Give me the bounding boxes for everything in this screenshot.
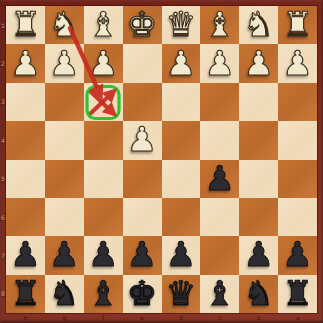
square-a5[interactable] bbox=[278, 160, 317, 198]
rank-label-6: 6 bbox=[0, 214, 6, 221]
square-h5[interactable] bbox=[6, 160, 45, 198]
square-d1[interactable]: ♛ bbox=[162, 6, 201, 44]
black-bishop-f8[interactable]: ♝ bbox=[88, 276, 118, 310]
square-g4[interactable] bbox=[45, 121, 84, 159]
rank-label-3: 3 bbox=[0, 98, 6, 105]
black-pawn-d7[interactable]: ♟ bbox=[166, 237, 196, 271]
black-king-e8[interactable]: ♚ bbox=[127, 276, 157, 310]
file-label-d: d bbox=[177, 314, 185, 321]
square-a1[interactable]: ♜ bbox=[278, 6, 317, 44]
chess-board: ♜♞♝♚♛♝♞♜♟♟♟♟♟♟♟♟♟♟♟♟♟♟♟♟♜♞♝♚♛♝♞♜ bbox=[6, 6, 317, 313]
square-e3[interactable] bbox=[123, 83, 162, 121]
square-a7[interactable]: ♟ bbox=[278, 236, 317, 274]
file-label-h: h bbox=[21, 314, 29, 321]
square-b1[interactable]: ♞ bbox=[239, 6, 278, 44]
square-b6[interactable] bbox=[239, 198, 278, 236]
square-h4[interactable] bbox=[6, 121, 45, 159]
white-queen-d1[interactable]: ♛ bbox=[166, 7, 196, 41]
square-f4[interactable] bbox=[84, 121, 123, 159]
square-f2[interactable]: ♟ bbox=[84, 44, 123, 82]
square-g5[interactable] bbox=[45, 160, 84, 198]
white-pawn-a2[interactable]: ♟ bbox=[282, 46, 312, 80]
square-b5[interactable] bbox=[239, 160, 278, 198]
rank-label-5: 5 bbox=[0, 175, 6, 182]
white-knight-b1[interactable]: ♞ bbox=[243, 7, 273, 41]
square-e5[interactable] bbox=[123, 160, 162, 198]
square-c2[interactable]: ♟ bbox=[200, 44, 239, 82]
square-e2[interactable] bbox=[123, 44, 162, 82]
square-d6[interactable] bbox=[162, 198, 201, 236]
square-h1[interactable]: ♜ bbox=[6, 6, 45, 44]
black-knight-g8[interactable]: ♞ bbox=[49, 276, 79, 310]
square-h7[interactable]: ♟ bbox=[6, 236, 45, 274]
square-g3[interactable] bbox=[45, 83, 84, 121]
rank-label-1: 1 bbox=[0, 22, 6, 29]
square-e1[interactable]: ♚ bbox=[123, 6, 162, 44]
file-label-e: e bbox=[138, 314, 146, 321]
square-c6[interactable] bbox=[200, 198, 239, 236]
white-knight-g1[interactable]: ♞ bbox=[49, 7, 79, 41]
square-h8[interactable]: ♜ bbox=[6, 275, 45, 313]
square-f6[interactable] bbox=[84, 198, 123, 236]
square-b2[interactable]: ♟ bbox=[239, 44, 278, 82]
rank-label-4: 4 bbox=[0, 137, 6, 144]
black-pawn-b7[interactable]: ♟ bbox=[243, 237, 273, 271]
black-knight-b8[interactable]: ♞ bbox=[243, 276, 273, 310]
black-pawn-f7[interactable]: ♟ bbox=[88, 237, 118, 271]
white-pawn-h2[interactable]: ♟ bbox=[10, 46, 40, 80]
white-pawn-c2[interactable]: ♟ bbox=[205, 46, 235, 80]
square-b7[interactable]: ♟ bbox=[239, 236, 278, 274]
black-pawn-h7[interactable]: ♟ bbox=[10, 237, 40, 271]
square-g2[interactable]: ♟ bbox=[45, 44, 84, 82]
square-g8[interactable]: ♞ bbox=[45, 275, 84, 313]
square-e6[interactable] bbox=[123, 198, 162, 236]
square-c3[interactable] bbox=[200, 83, 239, 121]
square-c8[interactable]: ♝ bbox=[200, 275, 239, 313]
white-pawn-d2[interactable]: ♟ bbox=[166, 46, 196, 80]
square-c7[interactable] bbox=[200, 236, 239, 274]
square-f3[interactable] bbox=[84, 83, 123, 121]
rank-label-7: 7 bbox=[0, 252, 6, 259]
file-label-f: f bbox=[99, 314, 107, 321]
square-a3[interactable] bbox=[278, 83, 317, 121]
square-d8[interactable]: ♛ bbox=[162, 275, 201, 313]
square-a6[interactable] bbox=[278, 198, 317, 236]
chess-board-window: ♜♞♝♚♛♝♞♜♟♟♟♟♟♟♟♟♟♟♟♟♟♟♟♟♜♞♝♚♛♝♞♜ 1234567… bbox=[0, 0, 323, 323]
square-a2[interactable]: ♟ bbox=[278, 44, 317, 82]
square-a4[interactable] bbox=[278, 121, 317, 159]
square-h6[interactable] bbox=[6, 198, 45, 236]
black-bishop-c8[interactable]: ♝ bbox=[205, 276, 235, 310]
black-pawn-a7[interactable]: ♟ bbox=[282, 237, 312, 271]
square-e4[interactable]: ♟ bbox=[123, 121, 162, 159]
white-rook-h1[interactable]: ♜ bbox=[10, 7, 40, 41]
square-c4[interactable] bbox=[200, 121, 239, 159]
square-g6[interactable] bbox=[45, 198, 84, 236]
square-d4[interactable] bbox=[162, 121, 201, 159]
black-queen-d8[interactable]: ♛ bbox=[166, 276, 196, 310]
file-label-b: b bbox=[255, 314, 263, 321]
rank-label-2: 2 bbox=[0, 60, 6, 67]
black-pawn-c5[interactable]: ♟ bbox=[205, 161, 235, 195]
square-a8[interactable]: ♜ bbox=[278, 275, 317, 313]
square-c1[interactable]: ♝ bbox=[200, 6, 239, 44]
file-label-g: g bbox=[60, 314, 68, 321]
square-e8[interactable]: ♚ bbox=[123, 275, 162, 313]
square-g1[interactable]: ♞ bbox=[45, 6, 84, 44]
file-label-c: c bbox=[216, 314, 224, 321]
white-bishop-f1[interactable]: ♝ bbox=[88, 7, 118, 41]
white-pawn-e4[interactable]: ♟ bbox=[127, 122, 157, 156]
square-f1[interactable]: ♝ bbox=[84, 6, 123, 44]
white-bishop-c1[interactable]: ♝ bbox=[205, 7, 235, 41]
square-b4[interactable] bbox=[239, 121, 278, 159]
white-pawn-b2[interactable]: ♟ bbox=[243, 46, 273, 80]
black-pawn-g7[interactable]: ♟ bbox=[49, 237, 79, 271]
square-d5[interactable] bbox=[162, 160, 201, 198]
rank-label-8: 8 bbox=[0, 290, 6, 297]
white-king-e1[interactable]: ♚ bbox=[127, 7, 157, 41]
square-c5[interactable]: ♟ bbox=[200, 160, 239, 198]
black-rook-h8[interactable]: ♜ bbox=[10, 276, 40, 310]
black-pawn-e7[interactable]: ♟ bbox=[127, 237, 157, 271]
square-h2[interactable]: ♟ bbox=[6, 44, 45, 82]
white-rook-a1[interactable]: ♜ bbox=[282, 7, 312, 41]
square-f7[interactable]: ♟ bbox=[84, 236, 123, 274]
square-f8[interactable]: ♝ bbox=[84, 275, 123, 313]
square-d3[interactable] bbox=[162, 83, 201, 121]
file-label-a: a bbox=[294, 314, 302, 321]
square-b3[interactable] bbox=[239, 83, 278, 121]
square-d2[interactable]: ♟ bbox=[162, 44, 201, 82]
square-d7[interactable]: ♟ bbox=[162, 236, 201, 274]
white-pawn-f2[interactable]: ♟ bbox=[88, 46, 118, 80]
white-pawn-g2[interactable]: ♟ bbox=[49, 46, 79, 80]
square-b8[interactable]: ♞ bbox=[239, 275, 278, 313]
square-f5[interactable] bbox=[84, 160, 123, 198]
square-g7[interactable]: ♟ bbox=[45, 236, 84, 274]
black-rook-a8[interactable]: ♜ bbox=[282, 276, 312, 310]
square-e7[interactable]: ♟ bbox=[123, 236, 162, 274]
square-h3[interactable] bbox=[6, 83, 45, 121]
